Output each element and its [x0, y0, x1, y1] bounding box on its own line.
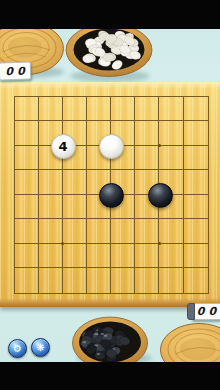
grid-cell: [159, 268, 183, 292]
gear-icon: ⚙: [13, 343, 22, 353]
grid-cell: [184, 219, 208, 243]
counter-value: 0: [17, 65, 25, 76]
burst-icon: ❋: [36, 342, 44, 352]
grid-cell: [63, 219, 87, 243]
grid-cell: [15, 195, 39, 219]
star-point: [158, 144, 161, 147]
grid-cell: [39, 97, 63, 121]
grid-cell: [39, 268, 63, 292]
grid-cell: [39, 219, 63, 243]
grid-cell: [184, 146, 208, 170]
go-app-screen: 0 0 4 0 0 ⚙ ❋: [0, 0, 220, 390]
stone-black: [148, 183, 173, 208]
stone-white: [99, 134, 124, 159]
grid-cell: [111, 268, 135, 292]
settings-button[interactable]: ⚙: [8, 339, 27, 358]
grid-cell: [87, 268, 111, 292]
grid-cell: [39, 170, 63, 194]
grid-cell: [135, 97, 159, 121]
grid-cell: [184, 268, 208, 292]
stone-white-move-4: 4: [51, 134, 76, 159]
grid-cell: [15, 219, 39, 243]
counter-value: 0: [209, 306, 217, 317]
grid-cell: [63, 170, 87, 194]
grid-cell: [87, 219, 111, 243]
grid-cell: [15, 146, 39, 170]
new-game-button[interactable]: ❋: [31, 338, 50, 357]
grid-cell: [39, 195, 63, 219]
grid-cell: [63, 97, 87, 121]
white-capture-counter: 0 0: [0, 61, 31, 80]
white-stone-bowl: [65, 23, 153, 77]
go-board[interactable]: 4: [0, 82, 220, 307]
grid-cell: [184, 121, 208, 145]
grid-cell: [87, 244, 111, 268]
grid-cell: [15, 170, 39, 194]
bottom-status-bar: [0, 362, 220, 390]
grid-cell: [135, 219, 159, 243]
grid-cell: [15, 97, 39, 121]
grid-cell: [15, 121, 39, 145]
counter-value: 0: [197, 306, 205, 317]
grid-cell: [159, 97, 183, 121]
grid-cell: [135, 268, 159, 292]
grid-cell: [184, 97, 208, 121]
grid-cell: [63, 268, 87, 292]
grid-cell: [87, 97, 111, 121]
top-status-bar: [0, 0, 220, 29]
black-capture-counter: 0 0: [191, 303, 220, 320]
grid-cell: [184, 244, 208, 268]
grid-cell: [159, 121, 183, 145]
grid-cell: [111, 97, 135, 121]
grid-cell: [15, 244, 39, 268]
grid-cell: [135, 146, 159, 170]
grid-cell: [184, 170, 208, 194]
grid-cell: [159, 219, 183, 243]
move-number-label: 4: [59, 139, 68, 154]
grid-cell: [111, 219, 135, 243]
grid-cell: [39, 244, 63, 268]
grid-cell: [15, 268, 39, 292]
star-point: [61, 242, 64, 245]
grid-cell: [111, 244, 135, 268]
grid-cell: [159, 244, 183, 268]
grid-cell: [184, 195, 208, 219]
grid-cell: [135, 121, 159, 145]
grid-cell: [159, 146, 183, 170]
counter-cap: [187, 303, 195, 320]
grid-cell: [63, 244, 87, 268]
grid-cell: [63, 195, 87, 219]
grid-cell: [135, 244, 159, 268]
counter-value: 0: [5, 66, 13, 77]
star-point: [158, 242, 161, 245]
stone-black: [99, 183, 124, 208]
